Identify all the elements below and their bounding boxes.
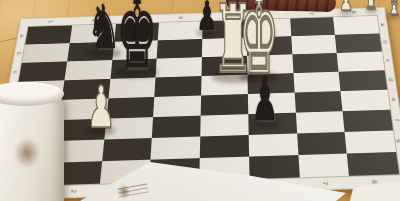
black-king-d3[interactable]: ♚ xyxy=(87,0,187,82)
square-h8[interactable] xyxy=(347,152,399,176)
square-f8[interactable] xyxy=(343,110,393,132)
square-g7[interactable] xyxy=(297,132,347,155)
paper-cup-logo xyxy=(14,138,40,168)
square-e8[interactable] xyxy=(341,90,390,112)
square-h6[interactable] xyxy=(249,155,299,179)
square-g4[interactable] xyxy=(151,137,201,160)
square-d8[interactable] xyxy=(339,70,387,91)
square-e4[interactable] xyxy=(153,95,201,117)
square-g5[interactable] xyxy=(200,135,249,158)
square-f4[interactable] xyxy=(152,116,201,138)
captured-white-bishop[interactable]: ♝ xyxy=(344,0,400,19)
black-pawn-f6[interactable]: ♟ xyxy=(215,70,315,130)
chess-photo-scene: 12345678 12345678 abcdefgh abcdefgh ♟♞♚♚… xyxy=(0,0,400,201)
square-h7[interactable] xyxy=(298,153,349,177)
square-b8[interactable] xyxy=(335,33,382,53)
white-pawn-g3[interactable]: ♟ xyxy=(51,79,151,137)
square-g6[interactable] xyxy=(248,133,297,156)
square-c8[interactable] xyxy=(337,52,385,72)
square-g8[interactable] xyxy=(345,130,396,153)
